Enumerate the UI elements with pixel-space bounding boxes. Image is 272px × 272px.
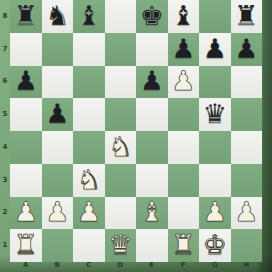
file-label-a: A — [10, 262, 42, 272]
square-e1[interactable] — [136, 229, 168, 262]
piece-black-king[interactable]: ♚ — [140, 2, 164, 29]
piece-white-knight[interactable]: ♞ — [108, 133, 132, 160]
square-b2[interactable]: ♟ — [42, 197, 74, 230]
square-g6[interactable] — [199, 66, 231, 99]
square-d3[interactable] — [105, 164, 137, 197]
file-label-c: C — [73, 262, 105, 272]
square-f8[interactable]: ♝ — [168, 0, 200, 33]
square-e5[interactable] — [136, 98, 168, 131]
file-label-e: E — [136, 262, 168, 272]
square-e3[interactable] — [136, 164, 168, 197]
square-b4[interactable] — [42, 131, 74, 164]
piece-black-knight[interactable]: ♞ — [45, 2, 69, 29]
square-g1[interactable]: ♚ — [199, 229, 231, 262]
square-f4[interactable] — [168, 131, 200, 164]
square-d8[interactable] — [105, 0, 137, 33]
piece-black-queen[interactable]: ♛ — [203, 100, 227, 127]
square-g7[interactable]: ♟ — [199, 33, 231, 66]
square-b5[interactable]: ♟ — [42, 98, 74, 131]
piece-black-pawn[interactable]: ♟ — [171, 35, 195, 62]
piece-black-rook[interactable]: ♜ — [234, 2, 258, 29]
square-a3[interactable] — [10, 164, 42, 197]
piece-black-bishop[interactable]: ♝ — [77, 2, 101, 29]
square-h2[interactable]: ♟ — [231, 197, 263, 230]
piece-black-pawn[interactable]: ♟ — [234, 35, 258, 62]
square-g8[interactable] — [199, 0, 231, 33]
square-c5[interactable] — [73, 98, 105, 131]
rank-label-4: 4 — [0, 131, 10, 164]
square-c2[interactable]: ♟ — [73, 197, 105, 230]
square-f3[interactable] — [168, 164, 200, 197]
square-g4[interactable] — [199, 131, 231, 164]
square-c3[interactable]: ♞ — [73, 164, 105, 197]
square-f5[interactable] — [168, 98, 200, 131]
rank-label-3: 3 — [0, 164, 10, 197]
square-b6[interactable] — [42, 66, 74, 99]
square-b3[interactable] — [42, 164, 74, 197]
file-label-f: F — [168, 262, 200, 272]
square-f6[interactable]: ♟ — [168, 66, 200, 99]
rank-labels: 87654321 — [0, 0, 10, 262]
square-a8[interactable]: ♜ — [10, 0, 42, 33]
piece-white-pawn[interactable]: ♟ — [203, 198, 227, 225]
piece-white-pawn[interactable]: ♟ — [14, 198, 38, 225]
square-e6[interactable]: ♟ — [136, 66, 168, 99]
square-e7[interactable] — [136, 33, 168, 66]
square-d7[interactable] — [105, 33, 137, 66]
square-h6[interactable] — [231, 66, 263, 99]
square-a2[interactable]: ♟ — [10, 197, 42, 230]
square-c1[interactable] — [73, 229, 105, 262]
file-label-g: G — [199, 262, 231, 272]
rank-label-8: 8 — [0, 0, 10, 33]
piece-black-pawn[interactable]: ♟ — [14, 67, 38, 94]
square-f7[interactable]: ♟ — [168, 33, 200, 66]
square-f2[interactable] — [168, 197, 200, 230]
square-d2[interactable] — [105, 197, 137, 230]
file-label-b: B — [42, 262, 74, 272]
chess-board-widget: 87654321 ♜♞♝♚♝♜♟♟♟♟♟♟♟♛♞♞♟♟♟♝♟♟♜♛♜♚ ABCD… — [0, 0, 272, 272]
square-e4[interactable] — [136, 131, 168, 164]
piece-white-pawn[interactable]: ♟ — [45, 198, 69, 225]
square-d6[interactable] — [105, 66, 137, 99]
square-h4[interactable] — [231, 131, 263, 164]
rank-label-5: 5 — [0, 98, 10, 131]
square-f1[interactable]: ♜ — [168, 229, 200, 262]
rank-label-2: 2 — [0, 197, 10, 230]
square-h7[interactable]: ♟ — [231, 33, 263, 66]
square-c6[interactable] — [73, 66, 105, 99]
piece-white-knight[interactable]: ♞ — [77, 166, 101, 193]
square-a1[interactable]: ♜ — [10, 229, 42, 262]
piece-white-pawn[interactable]: ♟ — [171, 67, 195, 94]
square-a7[interactable] — [10, 33, 42, 66]
square-h8[interactable]: ♜ — [231, 0, 263, 33]
chess-board: ♜♞♝♚♝♜♟♟♟♟♟♟♟♛♞♞♟♟♟♝♟♟♜♛♜♚ — [10, 0, 262, 262]
square-a5[interactable] — [10, 98, 42, 131]
piece-black-rook[interactable]: ♜ — [14, 2, 38, 29]
square-c4[interactable] — [73, 131, 105, 164]
square-g5[interactable]: ♛ — [199, 98, 231, 131]
square-h3[interactable] — [231, 164, 263, 197]
square-d1[interactable]: ♛ — [105, 229, 137, 262]
piece-white-pawn[interactable]: ♟ — [77, 198, 101, 225]
rank-label-1: 1 — [0, 229, 10, 262]
piece-black-pawn[interactable]: ♟ — [203, 35, 227, 62]
square-a4[interactable] — [10, 131, 42, 164]
square-h5[interactable] — [231, 98, 263, 131]
piece-white-king[interactable]: ♚ — [203, 231, 227, 258]
file-label-h: H — [231, 262, 263, 272]
piece-black-pawn[interactable]: ♟ — [45, 100, 69, 127]
square-b1[interactable] — [42, 229, 74, 262]
square-e8[interactable]: ♚ — [136, 0, 168, 33]
square-d4[interactable]: ♞ — [105, 131, 137, 164]
square-g2[interactable]: ♟ — [199, 197, 231, 230]
piece-white-queen[interactable]: ♛ — [108, 231, 132, 258]
square-c8[interactable]: ♝ — [73, 0, 105, 33]
rank-label-6: 6 — [0, 66, 10, 99]
square-h1[interactable] — [231, 229, 263, 262]
piece-black-pawn[interactable]: ♟ — [140, 67, 164, 94]
file-label-d: D — [105, 262, 137, 272]
square-g3[interactable] — [199, 164, 231, 197]
square-c7[interactable] — [73, 33, 105, 66]
piece-white-bishop[interactable]: ♝ — [140, 198, 164, 225]
piece-black-bishop[interactable]: ♝ — [171, 2, 195, 29]
piece-white-rook[interactable]: ♜ — [171, 231, 195, 258]
square-b8[interactable]: ♞ — [42, 0, 74, 33]
square-b7[interactable] — [42, 33, 74, 66]
file-labels: ABCDEFGH — [10, 262, 262, 272]
rank-label-7: 7 — [0, 33, 10, 66]
square-d5[interactable] — [105, 98, 137, 131]
piece-white-pawn[interactable]: ♟ — [234, 198, 258, 225]
square-a6[interactable]: ♟ — [10, 66, 42, 99]
piece-white-rook[interactable]: ♜ — [14, 231, 38, 258]
square-e2[interactable]: ♝ — [136, 197, 168, 230]
